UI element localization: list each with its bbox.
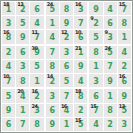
cell-r4c2[interactable]: 6	[16, 46, 29, 59]
cell-r2c1[interactable]: 3	[2, 16, 15, 29]
cell-r4c1[interactable]: 2	[2, 46, 15, 59]
cell-r3c2[interactable]: 9	[16, 30, 29, 43]
cell-digit: 6	[64, 63, 70, 71]
cell-r4c7[interactable]: 8	[89, 46, 102, 59]
cell-r3c3[interactable]: 117	[30, 30, 43, 43]
cell-r6c6[interactable]: 4	[74, 74, 87, 87]
cell-r7c6[interactable]: 188	[74, 89, 87, 102]
cage-sum: 15	[90, 104, 96, 109]
cell-r7c4[interactable]: 3	[46, 89, 59, 102]
cell-r5c5[interactable]: 6	[60, 60, 73, 73]
cell-digit: 3	[122, 121, 128, 129]
cell-digit: 9	[6, 107, 12, 115]
cell-digit: 4	[34, 20, 40, 28]
cell-r1c5[interactable]: 8	[60, 2, 73, 15]
cell-r1c8[interactable]: 4	[104, 2, 117, 15]
cell-r9c5[interactable]: 1	[60, 118, 73, 131]
cell-digit: 6	[6, 121, 12, 129]
cell-digit: 5	[34, 63, 40, 71]
cell-digit: 4	[107, 6, 113, 14]
cell-r9c8[interactable]: 2	[104, 118, 117, 131]
sudoku-board: 1811326354168911724581631974122106941579…	[0, 0, 133, 133]
cell-r5c3[interactable]: 5	[30, 60, 43, 73]
cell-r6c7[interactable]: 3	[89, 74, 102, 87]
box-3-3: 6191578135423	[89, 89, 131, 131]
cell-r2c7[interactable]: 92	[89, 16, 102, 29]
cell-r1c9[interactable]: 157	[118, 2, 131, 15]
cell-digit: 6	[34, 6, 40, 14]
cell-r7c2[interactable]: 204	[16, 89, 29, 102]
cell-r5c8[interactable]: 7	[104, 60, 117, 73]
cell-r9c7[interactable]: 4	[89, 118, 102, 131]
cage-sum: 16	[75, 2, 81, 7]
cell-r2c8[interactable]: 6	[104, 16, 117, 29]
cage-sum: 16	[31, 89, 37, 94]
cell-r8c8[interactable]: 8	[104, 104, 117, 117]
cell-digit: 8	[107, 107, 113, 115]
cell-r8c5[interactable]: 164	[60, 104, 73, 117]
cage-sum: 18	[75, 89, 81, 94]
cell-digit: 9	[93, 6, 99, 14]
cell-digit: 2	[6, 49, 12, 57]
cell-r4c6[interactable]: 211	[74, 46, 87, 59]
cell-digit: 5	[6, 93, 12, 101]
cell-digit: 3	[49, 93, 55, 101]
cell-r4c4[interactable]: 7	[46, 46, 59, 59]
cell-digit: 8	[93, 49, 99, 57]
cell-digit: 9	[107, 78, 113, 86]
cell-digit: 3	[6, 20, 12, 28]
cell-digit: 8	[20, 78, 26, 86]
cell-digit: 4	[78, 78, 84, 86]
cell-digit: 7	[49, 49, 55, 57]
cell-r6c4[interactable]: 142	[46, 74, 59, 87]
cell-r8c6[interactable]: 2	[74, 104, 87, 117]
cell-digit: 8	[34, 121, 40, 129]
cell-r2c4[interactable]: 1	[46, 16, 59, 29]
cell-digit: 5	[64, 78, 70, 86]
cage-sum: 11	[31, 30, 37, 35]
cell-digit: 1	[20, 107, 26, 115]
cell-digit: 2	[93, 20, 99, 28]
cell-r9c6[interactable]: 155	[74, 118, 87, 131]
cell-digit: 7	[78, 20, 84, 28]
cell-digit: 7	[64, 93, 70, 101]
cage-sum: 20	[17, 89, 23, 94]
cell-digit: 8	[122, 20, 128, 28]
cell-r7c5[interactable]: 7	[60, 89, 73, 102]
cage-sum: 30	[31, 46, 37, 51]
cell-r4c3[interactable]: 309	[30, 46, 43, 59]
cage-sum: 10	[3, 74, 9, 79]
cage-sum: 16	[61, 104, 67, 109]
cage-sum: 18	[3, 2, 9, 7]
cell-r1c6[interactable]: 163	[74, 2, 87, 15]
cell-r9c1[interactable]: 6	[2, 118, 15, 131]
cell-r3c6[interactable]: 106	[74, 30, 87, 43]
cell-r8c2[interactable]: 1	[16, 104, 29, 117]
cell-digit: 3	[64, 49, 70, 57]
box-3-2: 371886164291155	[46, 89, 88, 131]
cell-r7c1[interactable]: 5	[2, 89, 15, 102]
cage-sum: 21	[75, 46, 81, 51]
cell-digit: 4	[93, 121, 99, 129]
cell-r2c5[interactable]: 9	[60, 16, 73, 29]
cell-r7c9[interactable]: 9	[118, 89, 131, 102]
cell-r3c7[interactable]: 5	[89, 30, 102, 43]
cell-r5c2[interactable]: 3	[16, 60, 29, 73]
cell-r8c7[interactable]: 157	[89, 104, 102, 117]
cell-digit: 6	[93, 93, 99, 101]
cell-r8c1[interactable]: 9	[2, 104, 15, 117]
cell-r1c7[interactable]: 9	[89, 2, 102, 15]
cage-sum: 13	[17, 2, 23, 7]
cage-sum: 9	[90, 16, 93, 21]
cell-r6c5[interactable]: 5	[60, 74, 73, 87]
cell-digit: 9	[122, 93, 128, 101]
cell-r7c8[interactable]: 1	[104, 89, 117, 102]
box-1-3: 9415792685931	[89, 2, 131, 44]
cell-r9c4[interactable]: 9	[46, 118, 59, 131]
cell-r3c8[interactable]: 93	[104, 30, 117, 43]
cell-r1c3[interactable]: 6	[30, 2, 43, 15]
cell-digit: 4	[122, 49, 128, 57]
cell-r1c1[interactable]: 181	[2, 2, 15, 15]
cell-digit: 4	[49, 34, 55, 42]
cell-r7c7[interactable]: 6	[89, 89, 102, 102]
cell-r5c4[interactable]: 8	[46, 60, 59, 73]
cell-digit: 3	[107, 34, 113, 42]
cell-digit: 7	[107, 63, 113, 71]
cell-r2c6[interactable]: 7	[74, 16, 87, 29]
cell-digit: 8	[49, 63, 55, 71]
cage-sum: 24	[105, 46, 111, 51]
cell-r8c3[interactable]: 243	[30, 104, 43, 117]
cell-r5c9[interactable]: 2	[118, 60, 131, 73]
cage-sum: 16	[3, 30, 9, 35]
box-3-1: 520416291243678	[2, 89, 44, 131]
cell-r5c1[interactable]: 4	[2, 60, 15, 73]
cell-r1c4[interactable]: 245	[46, 2, 59, 15]
cell-r3c5[interactable]: 122	[60, 30, 73, 43]
cage-sum: 13	[119, 104, 125, 109]
cell-r2c9[interactable]: 8	[118, 16, 131, 29]
box-1-2: 24581631974122106	[46, 2, 88, 44]
cage-sum: 10	[75, 30, 81, 35]
box-2-1: 2630943510781	[2, 46, 44, 88]
cell-digit: 2	[122, 63, 128, 71]
box-1-1: 18113263541689117	[2, 2, 44, 44]
cell-digit: 5	[20, 20, 26, 28]
box-2-2: 7321186914254	[46, 46, 88, 88]
cell-r1c2[interactable]: 132	[16, 2, 29, 15]
box-2-3: 8245417239166	[89, 46, 131, 88]
cell-digit: 6	[20, 49, 26, 57]
cell-r6c9[interactable]: 166	[118, 74, 131, 87]
cell-digit: 1	[107, 93, 113, 101]
cell-digit: 7	[20, 121, 26, 129]
cell-digit: 6	[49, 107, 55, 115]
cell-digit: 1	[49, 20, 55, 28]
cell-r6c8[interactable]: 9	[104, 74, 117, 87]
cage-sum: 24	[31, 104, 37, 109]
cage-sum: 16	[119, 74, 125, 79]
cage-sum: 14	[47, 74, 53, 79]
cell-digit: 1	[122, 34, 128, 42]
cell-r3c9[interactable]: 1	[118, 30, 131, 43]
cell-r3c4[interactable]: 4	[46, 30, 59, 43]
cell-r4c9[interactable]: 4	[118, 46, 131, 59]
cell-r2c2[interactable]: 5	[16, 16, 29, 29]
cell-digit: 3	[20, 63, 26, 71]
cell-digit: 9	[49, 121, 55, 129]
cell-r5c7[interactable]: 1	[89, 60, 102, 73]
cell-r2c3[interactable]: 4	[30, 16, 43, 29]
cell-r8c9[interactable]: 135	[118, 104, 131, 117]
cell-digit: 9	[20, 34, 26, 42]
cell-digit: 5	[93, 34, 99, 42]
cell-digit: 1	[93, 63, 99, 71]
cell-r5c6[interactable]: 9	[74, 60, 87, 73]
cell-r9c3[interactable]: 8	[30, 118, 43, 131]
cell-digit: 4	[6, 63, 12, 71]
cell-r9c2[interactable]: 7	[16, 118, 29, 131]
cell-r6c2[interactable]: 8	[16, 74, 29, 87]
cell-digit: 6	[107, 20, 113, 28]
cell-digit: 8	[64, 6, 70, 14]
cell-digit: 2	[78, 107, 84, 115]
cell-r7c3[interactable]: 162	[30, 89, 43, 102]
cell-r8c4[interactable]: 6	[46, 104, 59, 117]
cell-r6c1[interactable]: 107	[2, 74, 15, 87]
cell-digit: 1	[64, 121, 70, 129]
cell-r9c9[interactable]: 3	[118, 118, 131, 131]
cell-digit: 9	[64, 20, 70, 28]
cell-digit: 1	[34, 78, 40, 86]
cell-digit: 3	[93, 78, 99, 86]
cell-digit: 2	[107, 121, 113, 129]
cell-r4c8[interactable]: 245	[104, 46, 117, 59]
cage-sum: 15	[119, 2, 125, 7]
cage-sum: 15	[75, 118, 81, 123]
cell-digit: 9	[78, 63, 84, 71]
cage-sum: 24	[47, 2, 53, 7]
cell-r4c5[interactable]: 3	[60, 46, 73, 59]
cell-r6c3[interactable]: 1	[30, 74, 43, 87]
cell-r3c1[interactable]: 168	[2, 30, 15, 43]
cage-sum: 12	[61, 30, 67, 35]
cage-sum: 9	[105, 30, 108, 35]
